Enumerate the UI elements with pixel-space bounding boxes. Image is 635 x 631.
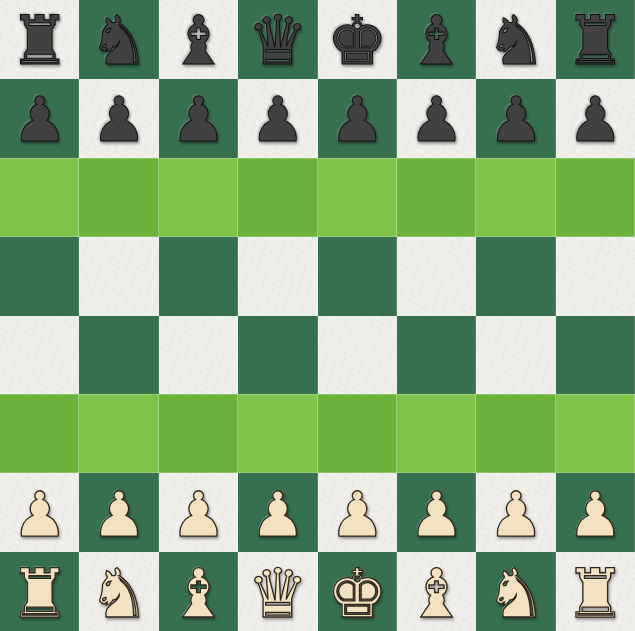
black-knight-piece[interactable]: ♞ (89, 7, 150, 75)
white-pawn-piece[interactable]: ♟ (488, 484, 544, 546)
square-f6[interactable] (397, 158, 476, 237)
square-g8[interactable]: ♞ (476, 0, 555, 79)
square-b6[interactable] (79, 158, 158, 237)
square-h2[interactable]: ♟ (556, 473, 635, 552)
square-b5[interactable] (79, 237, 158, 316)
square-b7[interactable]: ♟ (79, 79, 158, 158)
black-pawn-piece[interactable]: ♟ (329, 89, 385, 151)
square-c4[interactable] (159, 316, 238, 395)
white-pawn-piece[interactable]: ♟ (12, 484, 68, 546)
chess-board-container: ♜♞♝♛♚♝♞♜♟♟♟♟♟♟♟♟♟♟♟♟♟♟♟♟♜♞♝♛♚♝♞♜ (0, 0, 635, 631)
square-c2[interactable]: ♟ (159, 473, 238, 552)
square-d7[interactable]: ♟ (238, 79, 317, 158)
square-e3[interactable] (318, 394, 397, 473)
square-d8[interactable]: ♛ (238, 0, 317, 79)
square-a8[interactable]: ♜ (0, 0, 79, 79)
square-d2[interactable]: ♟ (238, 473, 317, 552)
square-e4[interactable] (318, 316, 397, 395)
square-h7[interactable]: ♟ (556, 79, 635, 158)
white-pawn-piece[interactable]: ♟ (91, 484, 147, 546)
square-e6[interactable] (318, 158, 397, 237)
square-h4[interactable] (556, 316, 635, 395)
white-knight-piece[interactable]: ♞ (485, 560, 546, 628)
square-e7[interactable]: ♟ (318, 79, 397, 158)
black-knight-piece[interactable]: ♞ (485, 7, 546, 75)
square-f7[interactable]: ♟ (397, 79, 476, 158)
white-knight-piece[interactable]: ♞ (89, 560, 150, 628)
square-e1[interactable]: ♚ (318, 552, 397, 631)
square-f1[interactable]: ♝ (397, 552, 476, 631)
white-king-piece[interactable]: ♚ (327, 560, 388, 628)
chess-board: ♜♞♝♛♚♝♞♜♟♟♟♟♟♟♟♟♟♟♟♟♟♟♟♟♜♞♝♛♚♝♞♜ (0, 0, 635, 631)
square-a2[interactable]: ♟ (0, 473, 79, 552)
square-g5[interactable] (476, 237, 555, 316)
square-a5[interactable] (0, 237, 79, 316)
white-pawn-piece[interactable]: ♟ (568, 484, 624, 546)
white-pawn-piece[interactable]: ♟ (250, 484, 306, 546)
white-pawn-piece[interactable]: ♟ (329, 484, 385, 546)
black-pawn-piece[interactable]: ♟ (171, 89, 227, 151)
square-d6[interactable] (238, 158, 317, 237)
square-a4[interactable] (0, 316, 79, 395)
square-b8[interactable]: ♞ (79, 0, 158, 79)
black-bishop-piece[interactable]: ♝ (168, 7, 229, 75)
square-c5[interactable] (159, 237, 238, 316)
square-g2[interactable]: ♟ (476, 473, 555, 552)
square-a7[interactable]: ♟ (0, 79, 79, 158)
square-c1[interactable]: ♝ (159, 552, 238, 631)
square-d5[interactable] (238, 237, 317, 316)
black-rook-piece[interactable]: ♜ (565, 7, 626, 75)
square-b4[interactable] (79, 316, 158, 395)
square-h8[interactable]: ♜ (556, 0, 635, 79)
black-rook-piece[interactable]: ♜ (9, 7, 70, 75)
white-rook-piece[interactable]: ♜ (9, 560, 70, 628)
square-b1[interactable]: ♞ (79, 552, 158, 631)
square-d3[interactable] (238, 394, 317, 473)
square-f3[interactable] (397, 394, 476, 473)
black-pawn-piece[interactable]: ♟ (91, 89, 147, 151)
black-pawn-piece[interactable]: ♟ (409, 89, 465, 151)
square-c7[interactable]: ♟ (159, 79, 238, 158)
square-g4[interactable] (476, 316, 555, 395)
square-f4[interactable] (397, 316, 476, 395)
square-a3[interactable] (0, 394, 79, 473)
square-c3[interactable] (159, 394, 238, 473)
square-g3[interactable] (476, 394, 555, 473)
square-h5[interactable] (556, 237, 635, 316)
square-d1[interactable]: ♛ (238, 552, 317, 631)
square-c6[interactable] (159, 158, 238, 237)
white-rook-piece[interactable]: ♜ (565, 560, 626, 628)
square-f8[interactable]: ♝ (397, 0, 476, 79)
white-bishop-piece[interactable]: ♝ (168, 560, 229, 628)
white-pawn-piece[interactable]: ♟ (171, 484, 227, 546)
square-h3[interactable] (556, 394, 635, 473)
black-pawn-piece[interactable]: ♟ (250, 89, 306, 151)
square-e5[interactable] (318, 237, 397, 316)
square-h6[interactable] (556, 158, 635, 237)
square-f2[interactable]: ♟ (397, 473, 476, 552)
black-pawn-piece[interactable]: ♟ (488, 89, 544, 151)
square-g1[interactable]: ♞ (476, 552, 555, 631)
square-a1[interactable]: ♜ (0, 552, 79, 631)
white-pawn-piece[interactable]: ♟ (409, 484, 465, 546)
square-b2[interactable]: ♟ (79, 473, 158, 552)
square-h1[interactable]: ♜ (556, 552, 635, 631)
square-c8[interactable]: ♝ (159, 0, 238, 79)
square-d4[interactable] (238, 316, 317, 395)
black-queen-piece[interactable]: ♛ (247, 7, 308, 75)
square-g6[interactable] (476, 158, 555, 237)
black-king-piece[interactable]: ♚ (327, 7, 388, 75)
square-e8[interactable]: ♚ (318, 0, 397, 79)
square-e2[interactable]: ♟ (318, 473, 397, 552)
white-queen-piece[interactable]: ♛ (247, 560, 308, 628)
white-bishop-piece[interactable]: ♝ (406, 560, 467, 628)
square-b3[interactable] (79, 394, 158, 473)
black-bishop-piece[interactable]: ♝ (406, 7, 467, 75)
black-pawn-piece[interactable]: ♟ (12, 89, 68, 151)
black-pawn-piece[interactable]: ♟ (568, 89, 624, 151)
square-f5[interactable] (397, 237, 476, 316)
square-a6[interactable] (0, 158, 79, 237)
square-g7[interactable]: ♟ (476, 79, 555, 158)
